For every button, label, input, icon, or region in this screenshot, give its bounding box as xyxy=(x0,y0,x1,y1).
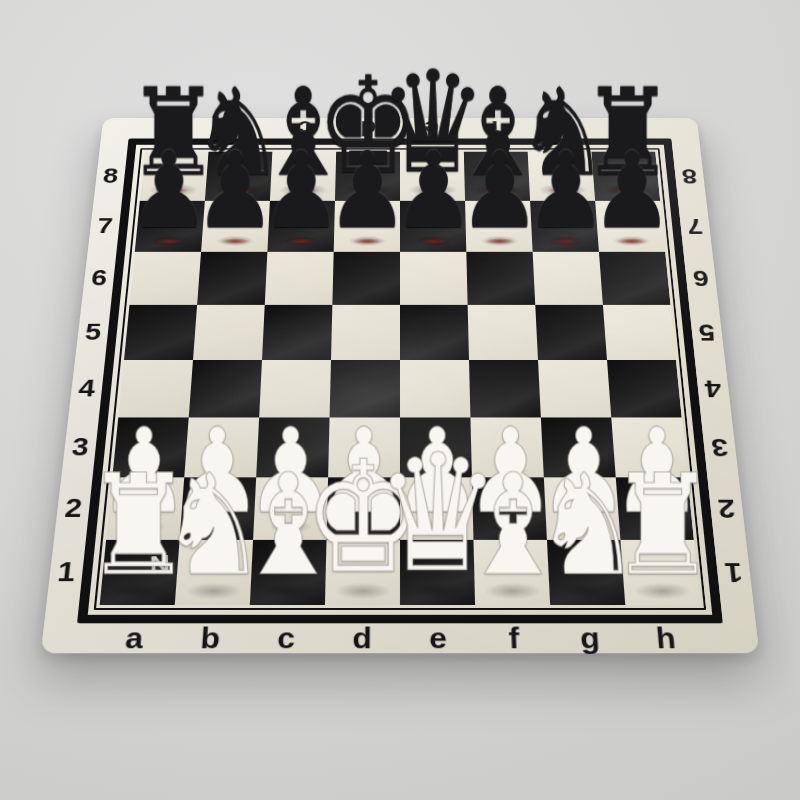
chess-set-photo: abcdefgh abcdefgh 87654321 87654321 N ♜♞… xyxy=(0,0,800,800)
file-label-bottom-h: h xyxy=(627,624,705,654)
file-label-top-f: f xyxy=(463,118,527,139)
file-label-bottom-b: b xyxy=(171,624,249,654)
file-labels-bottom: abcdefgh xyxy=(95,624,705,654)
file-label-top-h: h xyxy=(589,118,654,139)
file-label-top-d: d xyxy=(337,118,400,139)
file-label-bottom-g: g xyxy=(551,624,629,654)
chess-mat: abcdefgh abcdefgh 87654321 87654321 N ♜♞… xyxy=(41,118,760,653)
file-label-bottom-a: a xyxy=(95,624,173,654)
pieces-layer: ♜♞♝♚♛♝♞♜♟♟♟♟♟♟♟♟♟♟♟♟♟♟♟♟♜♞♝♚♛♝♞♜ xyxy=(41,118,760,653)
file-label-bottom-e: e xyxy=(400,624,476,654)
file-label-bottom-c: c xyxy=(247,624,324,654)
white-rook-glyph: ♜ xyxy=(564,455,759,595)
file-label-top-b: b xyxy=(210,118,275,139)
file-label-top-c: c xyxy=(273,118,337,139)
file-label-top-a: a xyxy=(146,118,211,139)
file-label-bottom-d: d xyxy=(324,624,400,654)
file-label-top-e: e xyxy=(400,118,463,139)
file-label-bottom-f: f xyxy=(476,624,553,654)
file-label-top-g: g xyxy=(526,118,591,139)
file-labels-top: abcdefgh xyxy=(146,118,654,139)
